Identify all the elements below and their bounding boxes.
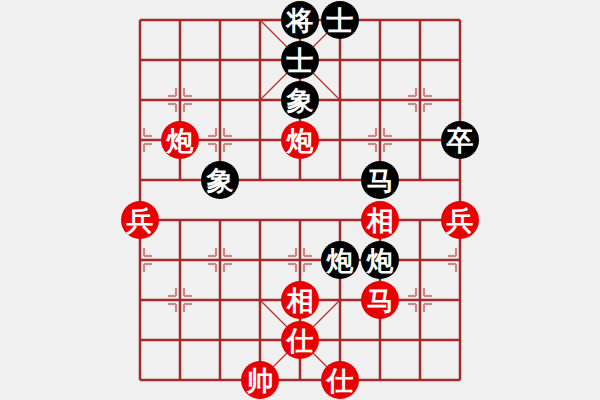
piece-red-soldier[interactable]: 兵 (121, 201, 159, 239)
piece-red-advisor[interactable]: 仕 (281, 321, 319, 359)
piece-red-general[interactable]: 帅 (241, 361, 279, 399)
piece-red-soldier[interactable]: 兵 (441, 201, 479, 239)
piece-red-elephant[interactable]: 相 (281, 281, 319, 319)
piece-black-horse[interactable]: 马 (361, 161, 399, 199)
piece-black-cannon[interactable]: 炮 (361, 241, 399, 279)
piece-red-advisor[interactable]: 仕 (321, 361, 359, 399)
xiangqi-board: 将士士象炮炮卒象马兵相兵炮炮相马仕帅仕 (0, 0, 600, 400)
piece-red-horse[interactable]: 马 (361, 281, 399, 319)
pieces-layer: 将士士象炮炮卒象马兵相兵炮炮相马仕帅仕 (0, 0, 600, 400)
piece-black-cannon[interactable]: 炮 (321, 241, 359, 279)
piece-black-soldier[interactable]: 卒 (441, 121, 479, 159)
piece-red-elephant[interactable]: 相 (361, 201, 399, 239)
piece-red-cannon[interactable]: 炮 (281, 121, 319, 159)
piece-black-elephant[interactable]: 象 (281, 81, 319, 119)
piece-red-cannon[interactable]: 炮 (161, 121, 199, 159)
piece-black-elephant[interactable]: 象 (201, 161, 239, 199)
piece-black-advisor[interactable]: 士 (321, 1, 359, 39)
piece-black-advisor[interactable]: 士 (281, 41, 319, 79)
piece-black-general[interactable]: 将 (281, 1, 319, 39)
